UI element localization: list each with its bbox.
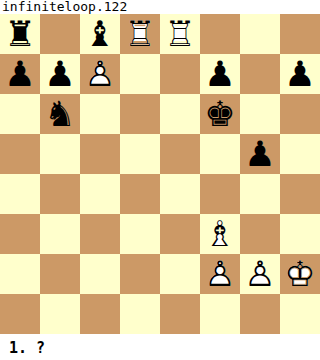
square-h7[interactable]: ♟ (280, 54, 320, 94)
square-a5[interactable] (0, 134, 40, 174)
square-d2[interactable] (120, 254, 160, 294)
square-h5[interactable] (280, 134, 320, 174)
square-c4[interactable] (80, 174, 120, 214)
black-pawn[interactable]: ♟ (0, 54, 40, 94)
white-rook[interactable]: ♜♖ (160, 14, 200, 54)
chess-diagram: infiniteloop.122 ♜♝♜♖♜♖♟♟♟♙♟♟♞♚♟♝♗♟♙♟♙♚♔… (0, 0, 320, 360)
square-d5[interactable] (120, 134, 160, 174)
square-e4[interactable] (160, 174, 200, 214)
square-g5[interactable]: ♟ (240, 134, 280, 174)
square-e2[interactable] (160, 254, 200, 294)
black-pawn[interactable]: ♟ (280, 54, 320, 94)
square-g1[interactable] (240, 294, 280, 334)
square-b8[interactable] (40, 14, 80, 54)
square-a4[interactable] (0, 174, 40, 214)
square-c2[interactable] (80, 254, 120, 294)
square-e3[interactable] (160, 214, 200, 254)
chess-board: ♜♝♜♖♜♖♟♟♟♙♟♟♞♚♟♝♗♟♙♟♙♚♔ (0, 14, 320, 334)
square-h6[interactable] (280, 94, 320, 134)
square-a8[interactable]: ♜ (0, 14, 40, 54)
white-bishop[interactable]: ♝♗ (200, 214, 240, 254)
black-rook[interactable]: ♜ (0, 14, 40, 54)
square-e8[interactable]: ♜♖ (160, 14, 200, 54)
square-d4[interactable] (120, 174, 160, 214)
black-knight-glyph: ♞ (40, 94, 80, 134)
diagram-title: infiniteloop.122 (0, 0, 320, 14)
square-c5[interactable] (80, 134, 120, 174)
white-king-outline: ♔ (280, 254, 320, 294)
square-h2[interactable]: ♚♔ (280, 254, 320, 294)
square-g3[interactable] (240, 214, 280, 254)
square-f6[interactable]: ♚ (200, 94, 240, 134)
square-c6[interactable] (80, 94, 120, 134)
square-f2[interactable]: ♟♙ (200, 254, 240, 294)
square-a2[interactable] (0, 254, 40, 294)
square-f5[interactable] (200, 134, 240, 174)
square-b4[interactable] (40, 174, 80, 214)
square-b6[interactable]: ♞ (40, 94, 80, 134)
square-f8[interactable] (200, 14, 240, 54)
square-e6[interactable] (160, 94, 200, 134)
square-a1[interactable] (0, 294, 40, 334)
black-rook-glyph: ♜ (0, 14, 40, 54)
square-h1[interactable] (280, 294, 320, 334)
square-b7[interactable]: ♟ (40, 54, 80, 94)
square-g2[interactable]: ♟♙ (240, 254, 280, 294)
white-pawn-outline: ♙ (80, 54, 120, 94)
black-pawn-glyph: ♟ (240, 134, 280, 174)
black-king-glyph: ♚ (200, 94, 240, 134)
square-d7[interactable] (120, 54, 160, 94)
square-c8[interactable]: ♝ (80, 14, 120, 54)
white-pawn[interactable]: ♟♙ (240, 254, 280, 294)
square-a7[interactable]: ♟ (0, 54, 40, 94)
white-rook[interactable]: ♜♖ (120, 14, 160, 54)
white-king[interactable]: ♚♔ (280, 254, 320, 294)
black-bishop[interactable]: ♝ (80, 14, 120, 54)
square-a6[interactable] (0, 94, 40, 134)
black-bishop-glyph: ♝ (80, 14, 120, 54)
square-d8[interactable]: ♜♖ (120, 14, 160, 54)
square-e1[interactable] (160, 294, 200, 334)
square-f4[interactable] (200, 174, 240, 214)
square-e5[interactable] (160, 134, 200, 174)
white-pawn[interactable]: ♟♙ (200, 254, 240, 294)
square-d1[interactable] (120, 294, 160, 334)
black-pawn[interactable]: ♟ (40, 54, 80, 94)
square-f3[interactable]: ♝♗ (200, 214, 240, 254)
square-b5[interactable] (40, 134, 80, 174)
black-pawn-glyph: ♟ (280, 54, 320, 94)
square-c3[interactable] (80, 214, 120, 254)
white-pawn[interactable]: ♟♙ (80, 54, 120, 94)
white-pawn-outline: ♙ (240, 254, 280, 294)
square-d6[interactable] (120, 94, 160, 134)
white-pawn-outline: ♙ (200, 254, 240, 294)
square-h3[interactable] (280, 214, 320, 254)
square-b3[interactable] (40, 214, 80, 254)
square-d3[interactable] (120, 214, 160, 254)
square-a3[interactable] (0, 214, 40, 254)
square-f7[interactable]: ♟ (200, 54, 240, 94)
move-prompt: 1. ? (0, 334, 320, 360)
white-bishop-outline: ♗ (200, 214, 240, 254)
black-pawn-glyph: ♟ (200, 54, 240, 94)
square-g7[interactable] (240, 54, 280, 94)
black-pawn-glyph: ♟ (40, 54, 80, 94)
square-b1[interactable] (40, 294, 80, 334)
square-c1[interactable] (80, 294, 120, 334)
black-pawn[interactable]: ♟ (200, 54, 240, 94)
square-h4[interactable] (280, 174, 320, 214)
square-g4[interactable] (240, 174, 280, 214)
square-h8[interactable] (280, 14, 320, 54)
white-rook-outline: ♖ (160, 14, 200, 54)
black-king[interactable]: ♚ (200, 94, 240, 134)
square-g8[interactable] (240, 14, 280, 54)
square-b2[interactable] (40, 254, 80, 294)
square-f1[interactable] (200, 294, 240, 334)
black-knight[interactable]: ♞ (40, 94, 80, 134)
black-pawn[interactable]: ♟ (240, 134, 280, 174)
white-rook-outline: ♖ (120, 14, 160, 54)
square-c7[interactable]: ♟♙ (80, 54, 120, 94)
square-g6[interactable] (240, 94, 280, 134)
square-e7[interactable] (160, 54, 200, 94)
black-pawn-glyph: ♟ (0, 54, 40, 94)
